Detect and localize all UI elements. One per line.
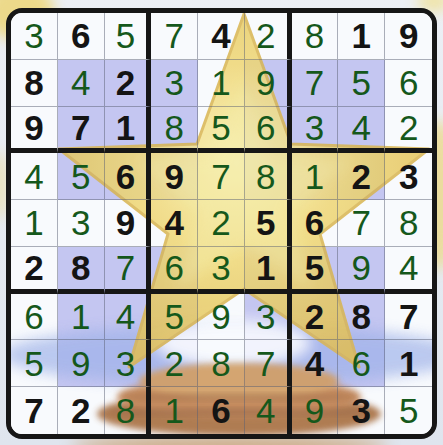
given-digit: 1 — [256, 250, 275, 285]
given-digit: 2 — [305, 299, 324, 334]
solved-digit: 3 — [116, 346, 135, 381]
solved-digit: 1 — [164, 393, 183, 428]
cell-r2c6[interactable]: 9 — [245, 60, 292, 107]
solved-digit: 8 — [211, 346, 230, 381]
solved-digit: 8 — [164, 110, 183, 145]
cell-r4c8[interactable]: 2 — [338, 153, 385, 200]
cell-r9c9[interactable]: 5 — [385, 387, 432, 434]
cell-r6c6[interactable]: 1 — [245, 247, 292, 294]
solved-digit: 6 — [399, 65, 418, 100]
solved-digit: 3 — [211, 250, 230, 285]
cell-r6c4[interactable]: 6 — [151, 247, 198, 294]
solved-digit: 3 — [164, 65, 183, 100]
cell-r1c1[interactable]: 3 — [11, 13, 58, 60]
solved-digit: 6 — [164, 250, 183, 285]
cell-r5c2[interactable]: 3 — [58, 200, 105, 247]
cell-r1c8[interactable]: 1 — [338, 13, 385, 60]
given-digit: 9 — [24, 110, 43, 145]
cell-r1c3[interactable]: 5 — [105, 13, 152, 60]
solved-digit: 5 — [71, 159, 90, 194]
cell-r9c6[interactable]: 4 — [245, 387, 292, 434]
cell-r4c9[interactable]: 3 — [385, 153, 432, 200]
given-digit: 8 — [71, 250, 90, 285]
solved-digit: 9 — [71, 346, 90, 381]
cell-r5c6[interactable]: 5 — [245, 200, 292, 247]
solved-digit: 6 — [352, 346, 371, 381]
cell-r2c7[interactable]: 7 — [292, 60, 339, 107]
given-digit: 7 — [399, 299, 418, 334]
cell-r3c6[interactable]: 6 — [245, 107, 292, 154]
cell-r7c1[interactable]: 6 — [11, 294, 58, 341]
given-digit: 9 — [116, 205, 135, 240]
cell-r7c2[interactable]: 1 — [58, 294, 105, 341]
cell-r5c4[interactable]: 4 — [151, 200, 198, 247]
solved-digit: 2 — [211, 205, 230, 240]
given-digit: 8 — [24, 65, 43, 100]
cell-r2c4[interactable]: 3 — [151, 60, 198, 107]
solved-digit: 8 — [305, 18, 324, 53]
solved-digit: 9 — [211, 299, 230, 334]
given-digit: 2 — [352, 159, 371, 194]
cell-r5c9[interactable]: 8 — [385, 200, 432, 247]
cell-r9c7[interactable]: 9 — [292, 387, 339, 434]
cell-r1c9[interactable]: 9 — [385, 13, 432, 60]
cell-r4c4[interactable]: 9 — [151, 153, 198, 200]
solved-digit: 7 — [211, 159, 230, 194]
cell-r3c8[interactable]: 4 — [338, 107, 385, 154]
given-digit: 1 — [399, 346, 418, 381]
given-digit: 9 — [164, 159, 183, 194]
given-digit: 2 — [24, 250, 43, 285]
solved-digit: 2 — [399, 110, 418, 145]
cell-r4c2[interactable]: 5 — [58, 153, 105, 200]
given-digit: 6 — [71, 18, 90, 53]
solved-digit: 8 — [399, 205, 418, 240]
cell-r4c7[interactable]: 1 — [292, 153, 339, 200]
cell-r8c5[interactable]: 8 — [198, 340, 245, 387]
cell-r6c9[interactable]: 4 — [385, 247, 432, 294]
solved-digit: 7 — [164, 18, 183, 53]
cell-r4c3[interactable]: 6 — [105, 153, 152, 200]
solved-digit: 5 — [24, 346, 43, 381]
cell-r8c1[interactable]: 5 — [11, 340, 58, 387]
cell-r3c5[interactable]: 5 — [198, 107, 245, 154]
solved-digit: 8 — [116, 393, 135, 428]
solved-digit: 3 — [256, 299, 275, 334]
given-digit: 9 — [399, 18, 418, 53]
solved-digit: 1 — [71, 299, 90, 334]
cell-r1c6[interactable]: 2 — [245, 13, 292, 60]
cell-r9c2[interactable]: 2 — [58, 387, 105, 434]
cell-r4c1[interactable]: 4 — [11, 153, 58, 200]
cell-r1c2[interactable]: 6 — [58, 13, 105, 60]
cell-r2c1[interactable]: 8 — [11, 60, 58, 107]
cell-r4c6[interactable]: 8 — [245, 153, 292, 200]
sudoku-app-screen: 3657428198423197569718563424569781231394… — [0, 0, 443, 445]
solved-digit: 7 — [305, 65, 324, 100]
solved-digit: 9 — [256, 65, 275, 100]
solved-digit: 4 — [24, 159, 43, 194]
cell-r5c5[interactable]: 2 — [198, 200, 245, 247]
cell-r3c7[interactable]: 3 — [292, 107, 339, 154]
cell-r8c9[interactable]: 1 — [385, 340, 432, 387]
given-digit: 7 — [71, 110, 90, 145]
cell-r7c7[interactable]: 2 — [292, 294, 339, 341]
given-digit: 4 — [305, 346, 324, 381]
cell-r9c5[interactable]: 6 — [198, 387, 245, 434]
cell-r2c8[interactable]: 5 — [338, 60, 385, 107]
cell-r2c5[interactable]: 1 — [198, 60, 245, 107]
cell-r1c5[interactable]: 4 — [198, 13, 245, 60]
given-digit: 6 — [211, 393, 230, 428]
solved-digit: 9 — [352, 250, 371, 285]
cell-r7c3[interactable]: 4 — [105, 294, 152, 341]
sudoku-board: 3657428198423197569718563424569781231394… — [6, 8, 437, 439]
solved-digit: 4 — [399, 250, 418, 285]
solved-digit: 7 — [116, 250, 135, 285]
given-digit: 1 — [116, 110, 135, 145]
given-digit: 5 — [305, 250, 324, 285]
cell-r5c1[interactable]: 1 — [11, 200, 58, 247]
cell-r7c5[interactable]: 9 — [198, 294, 245, 341]
given-digit: 6 — [116, 159, 135, 194]
cell-r5c7[interactable]: 6 — [292, 200, 339, 247]
cell-r3c9[interactable]: 2 — [385, 107, 432, 154]
solved-digit: 1 — [211, 65, 230, 100]
given-digit: 1 — [352, 18, 371, 53]
cell-r9c3[interactable]: 8 — [105, 387, 152, 434]
cell-r6c8[interactable]: 9 — [338, 247, 385, 294]
cell-r1c7[interactable]: 8 — [292, 13, 339, 60]
solved-digit: 4 — [116, 299, 135, 334]
solved-digit: 2 — [164, 346, 183, 381]
cell-r8c7[interactable]: 4 — [292, 340, 339, 387]
cell-r7c9[interactable]: 7 — [385, 294, 432, 341]
solved-digit: 4 — [71, 65, 90, 100]
solved-digit: 2 — [256, 18, 275, 53]
cell-r3c3[interactable]: 1 — [105, 107, 152, 154]
solved-digit: 3 — [305, 110, 324, 145]
cell-r9c4[interactable]: 1 — [151, 387, 198, 434]
given-digit: 3 — [352, 393, 371, 428]
cell-r6c7[interactable]: 5 — [292, 247, 339, 294]
cell-r6c5[interactable]: 3 — [198, 247, 245, 294]
cell-r2c3[interactable]: 2 — [105, 60, 152, 107]
given-digit: 2 — [116, 65, 135, 100]
given-digit: 4 — [211, 18, 230, 53]
solved-digit: 1 — [305, 159, 324, 194]
solved-digit: 7 — [256, 346, 275, 381]
solved-digit: 5 — [211, 110, 230, 145]
given-digit: 4 — [164, 205, 183, 240]
given-digit: 7 — [24, 393, 43, 428]
solved-digit: 3 — [24, 18, 43, 53]
cell-r9c1[interactable]: 7 — [11, 387, 58, 434]
solved-digit: 5 — [352, 65, 371, 100]
solved-digit: 1 — [24, 205, 43, 240]
cell-r6c2[interactable]: 8 — [58, 247, 105, 294]
cell-r8c4[interactable]: 2 — [151, 340, 198, 387]
cell-r8c6[interactable]: 7 — [245, 340, 292, 387]
cell-r7c8[interactable]: 8 — [338, 294, 385, 341]
solved-digit: 6 — [256, 110, 275, 145]
cell-r6c3[interactable]: 7 — [105, 247, 152, 294]
solved-digit: 9 — [305, 393, 324, 428]
given-digit: 3 — [399, 159, 418, 194]
solved-digit: 4 — [352, 110, 371, 145]
cell-r7c4[interactable]: 5 — [151, 294, 198, 341]
cell-r4c5[interactable]: 7 — [198, 153, 245, 200]
given-digit: 5 — [256, 205, 275, 240]
cell-r3c4[interactable]: 8 — [151, 107, 198, 154]
solved-digit: 5 — [399, 393, 418, 428]
cell-r8c2[interactable]: 9 — [58, 340, 105, 387]
solved-digit: 8 — [256, 159, 275, 194]
cell-r1c4[interactable]: 7 — [151, 13, 198, 60]
given-digit: 6 — [305, 205, 324, 240]
cell-r3c1[interactable]: 9 — [11, 107, 58, 154]
solved-digit: 3 — [71, 205, 90, 240]
given-digit: 8 — [352, 299, 371, 334]
cell-r8c8[interactable]: 6 — [338, 340, 385, 387]
cell-r8c3[interactable]: 3 — [105, 340, 152, 387]
cell-r2c2[interactable]: 4 — [58, 60, 105, 107]
grid-lines-and-digits-layer: 3657428198423197569718563424569781231394… — [11, 13, 432, 434]
solved-digit: 5 — [164, 299, 183, 334]
cell-r7c6[interactable]: 3 — [245, 294, 292, 341]
cell-r6c1[interactable]: 2 — [11, 247, 58, 294]
cell-r9c8[interactable]: 3 — [338, 387, 385, 434]
solved-digit: 6 — [24, 299, 43, 334]
cell-r5c8[interactable]: 7 — [338, 200, 385, 247]
cell-r3c2[interactable]: 7 — [58, 107, 105, 154]
cell-r2c9[interactable]: 6 — [385, 60, 432, 107]
solved-digit: 4 — [256, 393, 275, 428]
given-digit: 2 — [71, 393, 90, 428]
solved-digit: 5 — [116, 18, 135, 53]
solved-digit: 7 — [352, 205, 371, 240]
cell-r5c3[interactable]: 9 — [105, 200, 152, 247]
